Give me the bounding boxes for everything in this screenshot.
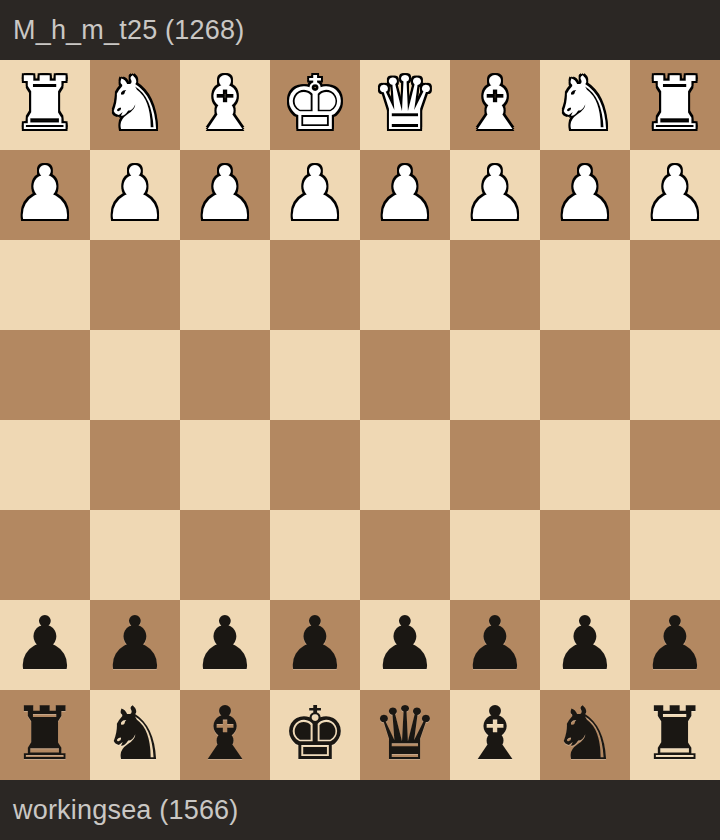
square-h6[interactable] [0, 510, 90, 600]
square-g7[interactable]: ♟︎ [90, 600, 180, 690]
square-g2[interactable]: ♟︎ [90, 150, 180, 240]
piece-white-knight[interactable]: ♞ [102, 66, 168, 140]
piece-black-pawn[interactable]: ♟︎ [12, 606, 78, 680]
square-g4[interactable] [90, 330, 180, 420]
square-a5[interactable] [630, 420, 720, 510]
square-b4[interactable] [540, 330, 630, 420]
square-c3[interactable] [450, 240, 540, 330]
square-e6[interactable] [270, 510, 360, 600]
piece-white-pawn[interactable]: ♟︎ [642, 156, 708, 230]
square-f8[interactable]: ♝ [180, 690, 270, 780]
square-b3[interactable] [540, 240, 630, 330]
square-b1[interactable]: ♞ [540, 60, 630, 150]
square-c6[interactable] [450, 510, 540, 600]
square-h2[interactable]: ♟︎ [0, 150, 90, 240]
piece-black-pawn[interactable]: ♟︎ [192, 606, 258, 680]
piece-white-rook[interactable]: ♜ [642, 66, 708, 140]
piece-black-bishop[interactable]: ♝ [192, 696, 258, 770]
piece-white-pawn[interactable]: ♟︎ [102, 156, 168, 230]
square-e3[interactable] [270, 240, 360, 330]
square-h4[interactable] [0, 330, 90, 420]
square-g3[interactable] [90, 240, 180, 330]
piece-white-pawn[interactable]: ♟︎ [372, 156, 438, 230]
square-g6[interactable] [90, 510, 180, 600]
piece-black-pawn[interactable]: ♟︎ [102, 606, 168, 680]
square-e4[interactable] [270, 330, 360, 420]
piece-white-queen[interactable]: ♛ [372, 66, 438, 140]
square-b7[interactable]: ♟︎ [540, 600, 630, 690]
square-a4[interactable] [630, 330, 720, 420]
square-b8[interactable]: ♞ [540, 690, 630, 780]
square-h1[interactable]: ♜ [0, 60, 90, 150]
square-f4[interactable] [180, 330, 270, 420]
piece-white-pawn[interactable]: ♟︎ [462, 156, 528, 230]
square-d5[interactable] [360, 420, 450, 510]
square-d4[interactable] [360, 330, 450, 420]
square-d3[interactable] [360, 240, 450, 330]
square-a2[interactable]: ♟︎ [630, 150, 720, 240]
player-top-bar: M_h_m_t25 (1268) [0, 0, 720, 60]
square-e2[interactable]: ♟︎ [270, 150, 360, 240]
square-d1[interactable]: ♛ [360, 60, 450, 150]
square-g8[interactable]: ♞ [90, 690, 180, 780]
square-d7[interactable]: ♟︎ [360, 600, 450, 690]
piece-black-rook[interactable]: ♜ [642, 696, 708, 770]
piece-white-pawn[interactable]: ♟︎ [552, 156, 618, 230]
piece-black-queen[interactable]: ♛ [372, 696, 438, 770]
square-f5[interactable] [180, 420, 270, 510]
square-c1[interactable]: ♝ [450, 60, 540, 150]
piece-black-knight[interactable]: ♞ [552, 696, 618, 770]
square-a1[interactable]: ♜ [630, 60, 720, 150]
square-c8[interactable]: ♝ [450, 690, 540, 780]
square-h3[interactable] [0, 240, 90, 330]
piece-black-knight[interactable]: ♞ [102, 696, 168, 770]
piece-black-pawn[interactable]: ♟︎ [462, 606, 528, 680]
square-c2[interactable]: ♟︎ [450, 150, 540, 240]
piece-black-king[interactable]: ♚ [282, 696, 348, 770]
square-a7[interactable]: ♟︎ [630, 600, 720, 690]
square-f7[interactable]: ♟︎ [180, 600, 270, 690]
square-g1[interactable]: ♞ [90, 60, 180, 150]
square-e8[interactable]: ♚ [270, 690, 360, 780]
square-e1[interactable]: ♚ [270, 60, 360, 150]
piece-black-pawn[interactable]: ♟︎ [372, 606, 438, 680]
piece-white-pawn[interactable]: ♟︎ [192, 156, 258, 230]
piece-white-bishop[interactable]: ♝ [462, 66, 528, 140]
player-top-label[interactable]: M_h_m_t25 (1268) [13, 15, 244, 46]
square-f2[interactable]: ♟︎ [180, 150, 270, 240]
square-c7[interactable]: ♟︎ [450, 600, 540, 690]
piece-white-king[interactable]: ♚ [282, 66, 348, 140]
square-d2[interactable]: ♟︎ [360, 150, 450, 240]
piece-black-rook[interactable]: ♜ [12, 696, 78, 770]
piece-white-knight[interactable]: ♞ [552, 66, 618, 140]
square-a3[interactable] [630, 240, 720, 330]
square-f1[interactable]: ♝ [180, 60, 270, 150]
piece-black-pawn[interactable]: ♟︎ [642, 606, 708, 680]
piece-white-pawn[interactable]: ♟︎ [12, 156, 78, 230]
square-h7[interactable]: ♟︎ [0, 600, 90, 690]
piece-white-rook[interactable]: ♜ [12, 66, 78, 140]
square-a8[interactable]: ♜ [630, 690, 720, 780]
square-c4[interactable] [450, 330, 540, 420]
piece-black-bishop[interactable]: ♝ [462, 696, 528, 770]
piece-black-pawn[interactable]: ♟︎ [282, 606, 348, 680]
chess-board: ♜♞♝♚♛♝♞♜♟︎♟︎♟︎♟︎♟︎♟︎♟︎♟︎♟︎♟︎♟︎♟︎♟︎♟︎♟︎♟︎… [0, 60, 720, 780]
square-h8[interactable]: ♜ [0, 690, 90, 780]
square-g5[interactable] [90, 420, 180, 510]
player-bottom-bar: workingsea (1566) [0, 780, 720, 840]
piece-white-bishop[interactable]: ♝ [192, 66, 258, 140]
player-bottom-label[interactable]: workingsea (1566) [13, 795, 239, 826]
square-b5[interactable] [540, 420, 630, 510]
square-e7[interactable]: ♟︎ [270, 600, 360, 690]
square-b6[interactable] [540, 510, 630, 600]
square-e5[interactable] [270, 420, 360, 510]
square-f6[interactable] [180, 510, 270, 600]
piece-white-pawn[interactable]: ♟︎ [282, 156, 348, 230]
square-a6[interactable] [630, 510, 720, 600]
square-f3[interactable] [180, 240, 270, 330]
square-h5[interactable] [0, 420, 90, 510]
piece-black-pawn[interactable]: ♟︎ [552, 606, 618, 680]
square-b2[interactable]: ♟︎ [540, 150, 630, 240]
square-c5[interactable] [450, 420, 540, 510]
square-d6[interactable] [360, 510, 450, 600]
square-d8[interactable]: ♛ [360, 690, 450, 780]
